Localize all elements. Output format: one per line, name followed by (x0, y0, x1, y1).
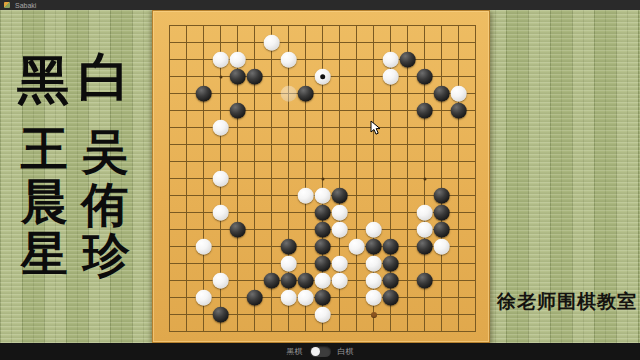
white-stone (281, 256, 298, 273)
window-titlebar: Sabaki (0, 0, 640, 10)
grid-line (356, 25, 357, 332)
white-turn-label: 白棋 (338, 348, 354, 356)
white-stone (213, 52, 230, 69)
go-board[interactable] (152, 10, 490, 343)
black-stone (383, 239, 400, 256)
white-stone (213, 273, 230, 290)
black-stone (298, 273, 315, 290)
white-stone (315, 188, 332, 205)
white-stone (230, 52, 247, 69)
grid-line (407, 25, 408, 332)
black-stone (315, 239, 332, 256)
black-player-char-2: 晨 (21, 178, 68, 225)
black-stone (434, 86, 451, 103)
black-stone (417, 103, 434, 120)
white-stone (417, 222, 434, 239)
app-icon (4, 2, 10, 8)
black-stone (434, 188, 451, 205)
turn-toggle-bar: 黑棋 白棋 (0, 343, 640, 360)
white-stone (298, 188, 315, 205)
black-stone (383, 273, 400, 290)
classroom-caption: 徐老师围棋教室 (497, 289, 637, 315)
star-point (219, 75, 222, 78)
black-stone (383, 290, 400, 307)
white-stone (196, 239, 213, 256)
star-point (423, 177, 426, 180)
black-stone (417, 239, 434, 256)
mouse-cursor (370, 120, 382, 140)
white-stone (196, 290, 213, 307)
black-stone (417, 69, 434, 86)
grid-line (458, 25, 459, 332)
black-stone (366, 239, 383, 256)
grid-line (169, 331, 476, 332)
ghost-stone-preview (281, 86, 298, 103)
black-stone (434, 205, 451, 222)
white-stone (366, 273, 383, 290)
white-stone (213, 205, 230, 222)
black-stone (247, 69, 264, 86)
black-stone (213, 307, 230, 324)
black-stone (383, 256, 400, 273)
black-stone (247, 290, 264, 307)
white-stone (451, 86, 468, 103)
white-stone (383, 69, 400, 86)
white-stone (264, 35, 281, 52)
window-title: Sabaki (15, 2, 36, 9)
white-player-char-1: 吴 (82, 128, 129, 175)
black-stone (417, 273, 434, 290)
black-player-char-3: 星 (21, 230, 68, 277)
black-player-char-1: 王 (21, 125, 68, 172)
black-label-char: 黑 (17, 54, 69, 106)
black-stone (451, 103, 468, 120)
turn-toggle-knob (311, 347, 320, 356)
star-point (321, 177, 324, 180)
black-stone (332, 188, 349, 205)
white-stone (332, 222, 349, 239)
white-stone (315, 307, 332, 324)
black-stone (230, 222, 247, 239)
white-player-char-3: 珍 (83, 231, 130, 278)
black-stone (400, 52, 417, 69)
white-stone (332, 273, 349, 290)
white-stone (213, 171, 230, 188)
black-stone (196, 86, 213, 103)
white-stone (417, 205, 434, 222)
board-marker-dot (371, 312, 377, 318)
black-stone (315, 256, 332, 273)
black-stone (315, 222, 332, 239)
grid-line (441, 25, 442, 332)
black-stone (434, 222, 451, 239)
white-player-char-2: 侑 (82, 181, 129, 228)
black-stone (264, 273, 281, 290)
white-stone (383, 52, 400, 69)
white-stone (366, 222, 383, 239)
white-stone (434, 239, 451, 256)
white-stone (332, 205, 349, 222)
black-stone (281, 239, 298, 256)
white-stone (315, 273, 332, 290)
grid-line (475, 25, 476, 332)
white-stone (366, 290, 383, 307)
white-stone (332, 256, 349, 273)
turn-toggle[interactable] (310, 346, 331, 357)
white-stone-last-move (315, 69, 332, 86)
white-stone (349, 239, 366, 256)
white-stone (281, 52, 298, 69)
black-turn-label: 黑棋 (287, 348, 303, 356)
black-stone (315, 290, 332, 307)
white-stone (281, 290, 298, 307)
black-stone (298, 86, 315, 103)
black-stone (315, 205, 332, 222)
black-stone (230, 69, 247, 86)
white-stone (213, 120, 230, 137)
white-label-char: 白 (78, 51, 130, 103)
black-stone (281, 273, 298, 290)
black-stone (230, 103, 247, 120)
white-stone (366, 256, 383, 273)
white-stone (298, 290, 315, 307)
